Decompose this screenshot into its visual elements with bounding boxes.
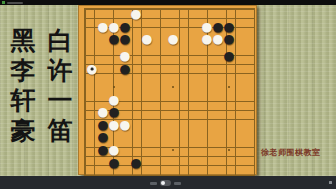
white-stone: ● <box>168 33 179 46</box>
black-stone: ● <box>119 63 130 76</box>
control-text-right <box>174 182 181 185</box>
app-icon <box>2 1 5 4</box>
go-board: ●●●●●●●●●●●●●●●●●●●●●●●●●●●●● <box>78 5 257 175</box>
white-stone: ● <box>108 119 119 132</box>
hoshi-point <box>168 85 179 90</box>
white-player-name-column: 白许一笛 <box>43 26 77 146</box>
black-stone: ● <box>97 144 108 157</box>
video-frame: 黑李轩豪 白许一笛 ●●●●●●●●●●●●●●●●●●●●●●●●●●●●● … <box>0 0 336 189</box>
white-stone: ● <box>86 63 97 76</box>
hoshi-point <box>224 85 235 90</box>
black-stone: ● <box>108 33 119 46</box>
hoshi-point <box>168 144 179 157</box>
player-name-char: 豪 <box>6 116 40 146</box>
player-name-char: 轩 <box>6 86 40 116</box>
player-name-char: 一 <box>43 86 77 116</box>
control-text-left <box>150 182 157 185</box>
panel-icon[interactable] <box>329 181 333 185</box>
stone-glyph: ● <box>108 157 119 170</box>
hoshi-dot <box>172 86 174 88</box>
stone-glyph: ● <box>168 33 179 46</box>
stone-glyph: ● <box>224 50 235 63</box>
hoshi-point <box>108 85 119 90</box>
white-stone: ● <box>202 33 213 46</box>
hoshi-dot <box>228 86 230 88</box>
stone-glyph: ● <box>108 119 119 132</box>
black-player-name-column: 黑李轩豪 <box>6 26 40 146</box>
player-name-char: 白 <box>43 26 77 56</box>
last-move-marker <box>91 68 94 71</box>
stone-glyph: ● <box>202 33 213 46</box>
player-name-char: 笛 <box>43 116 77 146</box>
stone-glyph: ● <box>119 33 130 46</box>
stone-glyph: ● <box>97 144 108 157</box>
stone-glyph: ● <box>119 119 130 132</box>
stone-glyph: ● <box>213 33 224 46</box>
hoshi-point <box>224 144 235 157</box>
black-stone: ● <box>130 157 141 170</box>
white-stone: ● <box>141 33 152 46</box>
hoshi-dot <box>172 149 174 151</box>
player-control-bar <box>0 176 336 189</box>
stone-glyph: ● <box>97 21 108 34</box>
white-stone: ● <box>97 21 108 34</box>
black-stone: ● <box>224 50 235 63</box>
stone-glyph: ● <box>130 8 141 21</box>
player-name-char: 许 <box>43 56 77 86</box>
white-stone: ● <box>213 33 224 46</box>
play-toggle[interactable] <box>160 180 171 186</box>
toggle-knob-icon <box>161 181 166 186</box>
white-stone: ● <box>119 119 130 132</box>
black-stone: ● <box>108 157 119 170</box>
black-stone: ● <box>119 33 130 46</box>
stone-glyph: ● <box>224 33 235 46</box>
white-stone: ● <box>130 8 141 21</box>
hoshi-dot <box>113 86 115 88</box>
stone-glyph: ● <box>141 33 152 46</box>
center-controls <box>150 180 181 186</box>
mat-background: 黑李轩豪 白许一笛 ●●●●●●●●●●●●●●●●●●●●●●●●●●●●● … <box>0 5 336 176</box>
stone-glyph: ● <box>108 33 119 46</box>
window-title-text <box>7 2 23 4</box>
go-board-grid: ●●●●●●●●●●●●●●●●●●●●●●●●●●●●● <box>79 3 258 178</box>
stone-glyph: ● <box>119 63 130 76</box>
hoshi-dot <box>228 149 230 151</box>
classroom-watermark: 徐老师围棋教室 <box>261 147 321 158</box>
player-name-char: 李 <box>6 56 40 86</box>
stone-glyph: ● <box>130 157 141 170</box>
player-name-char: 黑 <box>6 26 40 56</box>
black-stone: ● <box>224 33 235 46</box>
